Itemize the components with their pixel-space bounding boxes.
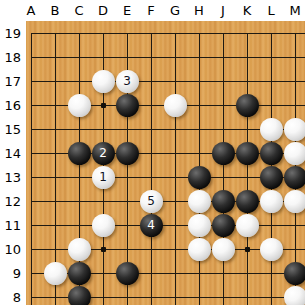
row-label-19: 19 xyxy=(0,21,26,45)
column-labels: ABCDEFGHJKLM xyxy=(19,0,305,21)
intersection-M14[interactable] xyxy=(283,141,305,165)
intersection-K18[interactable] xyxy=(235,45,259,69)
intersection-B14[interactable] xyxy=(43,141,67,165)
white-stone-L12 xyxy=(260,190,283,213)
intersection-H9[interactable] xyxy=(187,261,211,285)
row-label-13: 13 xyxy=(0,165,26,189)
intersection-G15[interactable] xyxy=(163,117,187,141)
intersection-M16[interactable] xyxy=(283,93,305,117)
white-stone-H11 xyxy=(188,214,211,237)
intersection-E16[interactable] xyxy=(115,93,139,117)
intersection-D13[interactable]: 1 xyxy=(91,165,115,189)
move-number-label: 1 xyxy=(99,171,107,183)
white-stone-C16 xyxy=(68,94,91,117)
intersection-K11[interactable] xyxy=(235,213,259,237)
intersection-K8[interactable] xyxy=(235,285,259,305)
intersection-E12[interactable] xyxy=(115,189,139,213)
black-stone-E14 xyxy=(116,142,139,165)
row-labels: 1918171615141312111098 xyxy=(0,21,26,305)
intersection-L17[interactable] xyxy=(259,69,283,93)
white-stone-J10 xyxy=(212,238,235,261)
intersection-G17[interactable] xyxy=(163,69,187,93)
black-stone-L13 xyxy=(260,166,283,189)
column-label-K: K xyxy=(235,0,259,21)
column-label-M: M xyxy=(283,0,305,21)
intersection-C8[interactable] xyxy=(67,285,91,305)
intersection-E17[interactable]: 3 xyxy=(115,69,139,93)
intersection-J14[interactable] xyxy=(211,141,235,165)
intersection-D8[interactable] xyxy=(91,285,115,305)
move-number-label: 3 xyxy=(123,75,131,87)
white-stone-H10 xyxy=(188,238,211,261)
black-stone-E16 xyxy=(116,94,139,117)
intersection-E19[interactable] xyxy=(115,21,139,45)
intersection-G9[interactable] xyxy=(163,261,187,285)
column-label-F: F xyxy=(139,0,163,21)
intersection-F18[interactable] xyxy=(139,45,163,69)
move-number-label: 4 xyxy=(147,219,155,231)
intersection-B12[interactable] xyxy=(43,189,67,213)
intersection-B8[interactable] xyxy=(43,285,67,305)
intersection-G14[interactable] xyxy=(163,141,187,165)
white-stone-F12: 5 xyxy=(140,190,163,213)
intersection-G13[interactable] xyxy=(163,165,187,189)
intersection-B18[interactable] xyxy=(43,45,67,69)
intersection-C12[interactable] xyxy=(67,189,91,213)
intersection-B10[interactable] xyxy=(43,237,67,261)
intersection-F8[interactable] xyxy=(139,285,163,305)
white-stone-H12 xyxy=(188,190,211,213)
black-stone-H13 xyxy=(188,166,211,189)
column-label-E: E xyxy=(115,0,139,21)
black-stone-C9 xyxy=(68,262,91,285)
intersection-D18[interactable] xyxy=(91,45,115,69)
column-label-D: D xyxy=(91,0,115,21)
intersection-J15[interactable] xyxy=(211,117,235,141)
row-label-15: 15 xyxy=(0,117,26,141)
intersection-E14[interactable] xyxy=(115,141,139,165)
intersection-L10[interactable] xyxy=(259,237,283,261)
black-stone-F11: 4 xyxy=(140,214,163,237)
intersection-F17[interactable] xyxy=(139,69,163,93)
intersection-K17[interactable] xyxy=(235,69,259,93)
intersection-M8[interactable] xyxy=(283,285,305,305)
intersection-M18[interactable] xyxy=(283,45,305,69)
intersection-C10[interactable] xyxy=(67,237,91,261)
intersection-E15[interactable] xyxy=(115,117,139,141)
white-stone-D11 xyxy=(92,214,115,237)
intersection-C9[interactable] xyxy=(67,261,91,285)
intersection-H15[interactable] xyxy=(187,117,211,141)
black-stone-L14 xyxy=(260,142,283,165)
intersection-K15[interactable] xyxy=(235,117,259,141)
intersection-D11[interactable] xyxy=(91,213,115,237)
intersection-L12[interactable] xyxy=(259,189,283,213)
intersection-M12[interactable] xyxy=(283,189,305,213)
star-point-D16 xyxy=(101,103,106,108)
intersection-M9[interactable] xyxy=(283,261,305,285)
intersection-D14[interactable]: 2 xyxy=(91,141,115,165)
intersection-J11[interactable] xyxy=(211,213,235,237)
white-stone-B9 xyxy=(44,262,67,285)
white-stone-M15 xyxy=(284,118,306,141)
column-label-L: L xyxy=(259,0,283,21)
intersection-C13[interactable] xyxy=(67,165,91,189)
row-label-12: 12 xyxy=(0,189,26,213)
intersection-L9[interactable] xyxy=(259,261,283,285)
intersection-L14[interactable] xyxy=(259,141,283,165)
intersection-M10[interactable] xyxy=(283,237,305,261)
intersection-J16[interactable] xyxy=(211,93,235,117)
intersection-B19[interactable] xyxy=(43,21,67,45)
intersection-L8[interactable] xyxy=(259,285,283,305)
black-stone-D14: 2 xyxy=(92,142,115,165)
black-stone-J14 xyxy=(212,142,235,165)
column-label-G: G xyxy=(163,0,187,21)
intersection-C16[interactable] xyxy=(67,93,91,117)
go-board[interactable]: 32154 xyxy=(19,21,305,305)
intersection-H14[interactable] xyxy=(187,141,211,165)
move-number-label: 2 xyxy=(99,147,107,159)
intersection-M11[interactable] xyxy=(283,213,305,237)
intersection-H17[interactable] xyxy=(187,69,211,93)
intersection-F14[interactable] xyxy=(139,141,163,165)
intersection-D16[interactable] xyxy=(91,93,115,117)
intersection-J12[interactable] xyxy=(211,189,235,213)
intersection-B11[interactable] xyxy=(43,213,67,237)
intersection-L18[interactable] xyxy=(259,45,283,69)
row-label-10: 10 xyxy=(0,237,26,261)
intersection-G19[interactable] xyxy=(163,21,187,45)
intersection-K10[interactable] xyxy=(235,237,259,261)
intersection-F16[interactable] xyxy=(139,93,163,117)
intersection-H16[interactable] xyxy=(187,93,211,117)
black-stone-M9 xyxy=(284,262,306,285)
white-stone-G16 xyxy=(164,94,187,117)
intersection-J13[interactable] xyxy=(211,165,235,189)
go-board-diagram: 32154 ABCDEFGHJKLM 191817161514131211109… xyxy=(0,0,305,305)
intersection-L13[interactable] xyxy=(259,165,283,189)
intersection-G16[interactable] xyxy=(163,93,187,117)
white-stone-D17 xyxy=(92,70,115,93)
intersection-D19[interactable] xyxy=(91,21,115,45)
black-stone-C14 xyxy=(68,142,91,165)
intersection-D10[interactable] xyxy=(91,237,115,261)
intersection-F15[interactable] xyxy=(139,117,163,141)
intersection-B15[interactable] xyxy=(43,117,67,141)
intersection-H8[interactable] xyxy=(187,285,211,305)
intersection-J18[interactable] xyxy=(211,45,235,69)
black-stone-C8 xyxy=(68,286,91,305)
intersection-C14[interactable] xyxy=(67,141,91,165)
intersection-M15[interactable] xyxy=(283,117,305,141)
black-stone-J11 xyxy=(212,214,235,237)
column-label-A: A xyxy=(19,0,43,21)
intersection-J19[interactable] xyxy=(211,21,235,45)
black-stone-K14 xyxy=(236,142,259,165)
star-point-D10 xyxy=(101,247,106,252)
row-label-9: 9 xyxy=(0,261,26,285)
intersection-K13[interactable] xyxy=(235,165,259,189)
intersection-G11[interactable] xyxy=(163,213,187,237)
black-stone-M13 xyxy=(284,166,306,189)
black-stone-K16 xyxy=(236,94,259,117)
intersection-E18[interactable] xyxy=(115,45,139,69)
intersection-D9[interactable] xyxy=(91,261,115,285)
white-stone-K11 xyxy=(236,214,259,237)
intersection-M17[interactable] xyxy=(283,69,305,93)
white-stone-M14 xyxy=(284,142,306,165)
intersection-H13[interactable] xyxy=(187,165,211,189)
intersection-M13[interactable] xyxy=(283,165,305,189)
intersection-H11[interactable] xyxy=(187,213,211,237)
intersection-G8[interactable] xyxy=(163,285,187,305)
intersection-G18[interactable] xyxy=(163,45,187,69)
black-stone-J12 xyxy=(212,190,235,213)
intersection-F13[interactable] xyxy=(139,165,163,189)
intersection-E11[interactable] xyxy=(115,213,139,237)
intersection-K14[interactable] xyxy=(235,141,259,165)
intersection-L15[interactable] xyxy=(259,117,283,141)
intersection-H19[interactable] xyxy=(187,21,211,45)
intersection-E13[interactable] xyxy=(115,165,139,189)
intersection-E8[interactable] xyxy=(115,285,139,305)
row-label-8: 8 xyxy=(0,285,26,305)
intersection-F11[interactable]: 4 xyxy=(139,213,163,237)
intersection-C18[interactable] xyxy=(67,45,91,69)
intersection-F12[interactable]: 5 xyxy=(139,189,163,213)
column-label-J: J xyxy=(211,0,235,21)
intersection-G12[interactable] xyxy=(163,189,187,213)
black-stone-K12 xyxy=(236,190,259,213)
intersection-B17[interactable] xyxy=(43,69,67,93)
column-label-H: H xyxy=(187,0,211,21)
white-stone-L15 xyxy=(260,118,283,141)
intersection-D15[interactable] xyxy=(91,117,115,141)
intersection-C17[interactable] xyxy=(67,69,91,93)
white-stone-M8 xyxy=(284,286,306,305)
intersection-L11[interactable] xyxy=(259,213,283,237)
move-number-label: 5 xyxy=(147,195,155,207)
intersection-E10[interactable] xyxy=(115,237,139,261)
black-stone-E9 xyxy=(116,262,139,285)
white-stone-C10 xyxy=(68,238,91,261)
intersection-D12[interactable] xyxy=(91,189,115,213)
white-stone-E17: 3 xyxy=(116,70,139,93)
intersection-H12[interactable] xyxy=(187,189,211,213)
intersection-F10[interactable] xyxy=(139,237,163,261)
intersection-H18[interactable] xyxy=(187,45,211,69)
intersection-J10[interactable] xyxy=(211,237,235,261)
row-label-16: 16 xyxy=(0,93,26,117)
white-stone-M12 xyxy=(284,190,306,213)
row-label-17: 17 xyxy=(0,69,26,93)
intersection-L19[interactable] xyxy=(259,21,283,45)
intersection-K16[interactable] xyxy=(235,93,259,117)
intersection-K9[interactable] xyxy=(235,261,259,285)
column-label-C: C xyxy=(67,0,91,21)
intersection-C19[interactable] xyxy=(67,21,91,45)
column-label-B: B xyxy=(43,0,67,21)
intersection-F19[interactable] xyxy=(139,21,163,45)
intersection-K12[interactable] xyxy=(235,189,259,213)
intersection-K19[interactable] xyxy=(235,21,259,45)
intersection-E9[interactable] xyxy=(115,261,139,285)
star-point-K10 xyxy=(245,247,250,252)
white-stone-L10 xyxy=(260,238,283,261)
intersection-J9[interactable] xyxy=(211,261,235,285)
intersection-H10[interactable] xyxy=(187,237,211,261)
row-label-11: 11 xyxy=(0,213,26,237)
intersection-B16[interactable] xyxy=(43,93,67,117)
intersection-M19[interactable] xyxy=(283,21,305,45)
intersection-B13[interactable] xyxy=(43,165,67,189)
row-label-18: 18 xyxy=(0,45,26,69)
intersection-D17[interactable] xyxy=(91,69,115,93)
intersection-B9[interactable] xyxy=(43,261,67,285)
intersection-C11[interactable] xyxy=(67,213,91,237)
intersection-G10[interactable] xyxy=(163,237,187,261)
white-stone-D13: 1 xyxy=(92,166,115,189)
intersection-C15[interactable] xyxy=(67,117,91,141)
intersection-J8[interactable] xyxy=(211,285,235,305)
row-label-14: 14 xyxy=(0,141,26,165)
intersection-L16[interactable] xyxy=(259,93,283,117)
intersection-J17[interactable] xyxy=(211,69,235,93)
intersection-F9[interactable] xyxy=(139,261,163,285)
